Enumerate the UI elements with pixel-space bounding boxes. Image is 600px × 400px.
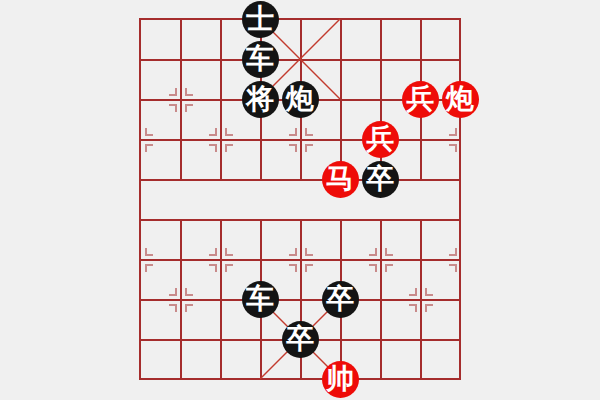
- piece-red-soldier[interactable]: 兵: [362, 121, 399, 158]
- point-marker: [305, 248, 313, 256]
- point-marker: [425, 304, 433, 312]
- point-marker: [369, 248, 377, 256]
- point-marker: [185, 88, 193, 96]
- point-marker: [385, 248, 393, 256]
- point-marker: [209, 144, 217, 152]
- piece-black-chariot[interactable]: 车: [242, 41, 279, 78]
- point-marker: [305, 144, 313, 152]
- point-marker: [145, 248, 153, 256]
- point-marker: [369, 264, 377, 272]
- xiangqi-screenshot: 士车将炮兵炮兵马卒车卒卒帅: [0, 0, 600, 400]
- point-marker: [289, 144, 297, 152]
- piece-black-cannon[interactable]: 炮: [282, 81, 319, 118]
- point-marker: [225, 248, 233, 256]
- point-marker: [209, 248, 217, 256]
- piece-red-horse[interactable]: 马: [322, 161, 359, 198]
- point-marker: [185, 104, 193, 112]
- point-marker: [385, 264, 393, 272]
- point-marker: [449, 264, 457, 272]
- piece-black-general[interactable]: 将: [242, 81, 279, 118]
- point-marker: [225, 144, 233, 152]
- point-marker: [145, 264, 153, 272]
- point-marker: [225, 128, 233, 136]
- point-marker: [169, 304, 177, 312]
- point-marker: [425, 288, 433, 296]
- point-marker: [209, 128, 217, 136]
- piece-black-chariot[interactable]: 车: [242, 281, 279, 318]
- point-marker: [409, 288, 417, 296]
- point-marker: [185, 304, 193, 312]
- piece-black-soldier[interactable]: 卒: [362, 161, 399, 198]
- point-marker: [289, 264, 297, 272]
- point-marker: [169, 288, 177, 296]
- piece-black-soldier[interactable]: 卒: [282, 321, 319, 358]
- point-marker: [145, 144, 153, 152]
- point-marker: [449, 128, 457, 136]
- piece-black-soldier[interactable]: 卒: [322, 281, 359, 318]
- piece-red-soldier[interactable]: 兵: [402, 81, 439, 118]
- point-marker: [449, 248, 457, 256]
- point-marker: [289, 128, 297, 136]
- point-marker: [225, 264, 233, 272]
- point-marker: [185, 288, 193, 296]
- point-marker: [305, 128, 313, 136]
- point-marker: [449, 144, 457, 152]
- point-marker: [145, 128, 153, 136]
- piece-red-cannon[interactable]: 炮: [442, 81, 479, 118]
- piece-black-advisor[interactable]: 士: [242, 1, 279, 38]
- point-marker: [409, 304, 417, 312]
- point-marker: [209, 264, 217, 272]
- point-marker: [289, 248, 297, 256]
- point-marker: [305, 264, 313, 272]
- point-marker: [169, 88, 177, 96]
- point-marker: [169, 104, 177, 112]
- piece-red-general[interactable]: 帅: [322, 361, 359, 398]
